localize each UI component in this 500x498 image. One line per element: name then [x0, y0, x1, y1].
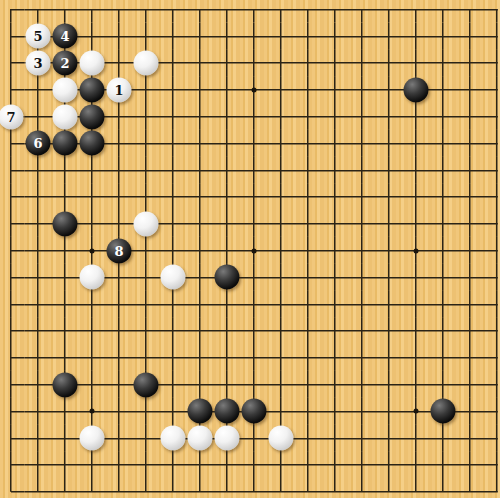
intersection[interactable]: [457, 371, 484, 398]
intersection[interactable]: [106, 130, 133, 157]
intersection[interactable]: [349, 344, 376, 371]
intersection[interactable]: [403, 291, 430, 318]
intersection[interactable]: [106, 291, 133, 318]
intersection[interactable]: [25, 398, 52, 425]
intersection[interactable]: [106, 0, 133, 23]
intersection[interactable]: [214, 237, 241, 264]
intersection[interactable]: [0, 130, 25, 157]
intersection[interactable]: [457, 425, 484, 452]
intersection[interactable]: [349, 452, 376, 479]
intersection[interactable]: [430, 0, 457, 23]
intersection[interactable]: [160, 264, 187, 291]
intersection[interactable]: [160, 398, 187, 425]
intersection[interactable]: [457, 130, 484, 157]
intersection[interactable]: [376, 77, 403, 104]
intersection[interactable]: [430, 264, 457, 291]
intersection[interactable]: [403, 425, 430, 452]
intersection[interactable]: 1: [106, 77, 133, 104]
intersection[interactable]: [484, 77, 500, 104]
intersection[interactable]: [295, 478, 322, 498]
intersection[interactable]: 8: [106, 237, 133, 264]
intersection[interactable]: [214, 264, 241, 291]
intersection[interactable]: [322, 478, 349, 498]
intersection[interactable]: [214, 371, 241, 398]
intersection[interactable]: [214, 398, 241, 425]
intersection[interactable]: [430, 452, 457, 479]
intersection[interactable]: [187, 50, 214, 77]
intersection[interactable]: [52, 130, 79, 157]
intersection[interactable]: [160, 210, 187, 237]
intersection[interactable]: [322, 318, 349, 345]
intersection[interactable]: [106, 264, 133, 291]
intersection[interactable]: [457, 50, 484, 77]
intersection[interactable]: [0, 50, 25, 77]
intersection[interactable]: [430, 50, 457, 77]
intersection[interactable]: [349, 157, 376, 184]
intersection[interactable]: [430, 344, 457, 371]
intersection[interactable]: [295, 318, 322, 345]
intersection[interactable]: [214, 130, 241, 157]
intersection[interactable]: [322, 103, 349, 130]
intersection[interactable]: [268, 50, 295, 77]
intersection[interactable]: [52, 318, 79, 345]
intersection[interactable]: [52, 237, 79, 264]
intersection[interactable]: [322, 291, 349, 318]
intersection[interactable]: [25, 291, 52, 318]
intersection[interactable]: [0, 344, 25, 371]
intersection[interactable]: [295, 452, 322, 479]
intersection[interactable]: [268, 398, 295, 425]
intersection[interactable]: [430, 425, 457, 452]
intersection[interactable]: [376, 0, 403, 23]
intersection[interactable]: [349, 264, 376, 291]
intersection[interactable]: [79, 130, 106, 157]
intersection[interactable]: [25, 0, 52, 23]
intersection[interactable]: [133, 23, 160, 50]
intersection[interactable]: [349, 371, 376, 398]
intersection[interactable]: [295, 130, 322, 157]
intersection[interactable]: [160, 130, 187, 157]
intersection[interactable]: [0, 157, 25, 184]
intersection[interactable]: [376, 157, 403, 184]
intersection[interactable]: [376, 103, 403, 130]
intersection[interactable]: [25, 157, 52, 184]
intersection[interactable]: [484, 237, 500, 264]
intersection[interactable]: [79, 398, 106, 425]
intersection[interactable]: [268, 425, 295, 452]
intersection[interactable]: [457, 478, 484, 498]
intersection[interactable]: [295, 264, 322, 291]
intersection[interactable]: [160, 23, 187, 50]
intersection[interactable]: [430, 23, 457, 50]
intersection[interactable]: [430, 291, 457, 318]
intersection[interactable]: [187, 103, 214, 130]
intersection[interactable]: [241, 478, 268, 498]
intersection[interactable]: [268, 291, 295, 318]
intersection[interactable]: [430, 237, 457, 264]
intersection[interactable]: [25, 103, 52, 130]
intersection[interactable]: [403, 237, 430, 264]
intersection[interactable]: [376, 291, 403, 318]
intersection[interactable]: [403, 157, 430, 184]
intersection[interactable]: [160, 371, 187, 398]
intersection[interactable]: [133, 478, 160, 498]
intersection[interactable]: [241, 103, 268, 130]
intersection[interactable]: [484, 398, 500, 425]
intersection[interactable]: [349, 210, 376, 237]
intersection[interactable]: [79, 0, 106, 23]
intersection[interactable]: [187, 157, 214, 184]
intersection[interactable]: [349, 237, 376, 264]
intersection[interactable]: [403, 184, 430, 211]
intersection[interactable]: [295, 237, 322, 264]
intersection[interactable]: [484, 318, 500, 345]
intersection[interactable]: [484, 452, 500, 479]
intersection[interactable]: [322, 0, 349, 23]
intersection[interactable]: [268, 184, 295, 211]
intersection[interactable]: [376, 210, 403, 237]
intersection[interactable]: [52, 371, 79, 398]
intersection[interactable]: [376, 264, 403, 291]
intersection[interactable]: [106, 210, 133, 237]
intersection[interactable]: [79, 210, 106, 237]
intersection[interactable]: [214, 452, 241, 479]
intersection[interactable]: [295, 184, 322, 211]
intersection[interactable]: [484, 210, 500, 237]
intersection[interactable]: [295, 77, 322, 104]
intersection[interactable]: [268, 130, 295, 157]
intersection[interactable]: [0, 23, 25, 50]
intersection[interactable]: [241, 157, 268, 184]
intersection[interactable]: [376, 478, 403, 498]
intersection[interactable]: [322, 237, 349, 264]
intersection[interactable]: [376, 23, 403, 50]
intersection[interactable]: [457, 184, 484, 211]
intersection[interactable]: [106, 398, 133, 425]
intersection[interactable]: [79, 478, 106, 498]
intersection[interactable]: [214, 103, 241, 130]
intersection[interactable]: [322, 344, 349, 371]
intersection[interactable]: [52, 452, 79, 479]
intersection[interactable]: [268, 371, 295, 398]
intersection[interactable]: [160, 184, 187, 211]
intersection[interactable]: [52, 478, 79, 498]
intersection[interactable]: [430, 157, 457, 184]
intersection[interactable]: [349, 23, 376, 50]
intersection[interactable]: [106, 23, 133, 50]
intersection[interactable]: [322, 157, 349, 184]
intersection[interactable]: [484, 425, 500, 452]
intersection[interactable]: [25, 371, 52, 398]
intersection[interactable]: [268, 0, 295, 23]
intersection[interactable]: 2: [52, 50, 79, 77]
intersection[interactable]: [133, 50, 160, 77]
intersection[interactable]: [0, 452, 25, 479]
intersection[interactable]: [214, 318, 241, 345]
intersection[interactable]: [106, 184, 133, 211]
intersection[interactable]: [25, 184, 52, 211]
intersection[interactable]: [430, 318, 457, 345]
intersection[interactable]: [52, 103, 79, 130]
intersection[interactable]: [187, 210, 214, 237]
intersection[interactable]: [52, 398, 79, 425]
intersection[interactable]: [403, 371, 430, 398]
intersection[interactable]: [187, 23, 214, 50]
intersection[interactable]: [268, 264, 295, 291]
intersection[interactable]: [241, 23, 268, 50]
intersection[interactable]: [52, 344, 79, 371]
intersection[interactable]: [403, 130, 430, 157]
intersection[interactable]: [0, 291, 25, 318]
intersection[interactable]: [349, 425, 376, 452]
intersection[interactable]: [268, 478, 295, 498]
intersection[interactable]: [79, 237, 106, 264]
intersection[interactable]: [133, 425, 160, 452]
intersection[interactable]: [0, 184, 25, 211]
intersection[interactable]: [484, 23, 500, 50]
intersection[interactable]: [430, 210, 457, 237]
intersection[interactable]: [187, 478, 214, 498]
intersection[interactable]: [0, 0, 25, 23]
intersection[interactable]: [133, 452, 160, 479]
intersection[interactable]: [403, 264, 430, 291]
intersection[interactable]: [430, 371, 457, 398]
intersection[interactable]: [376, 50, 403, 77]
intersection[interactable]: [133, 157, 160, 184]
intersection[interactable]: [25, 452, 52, 479]
intersection[interactable]: [160, 318, 187, 345]
intersection[interactable]: [376, 184, 403, 211]
intersection[interactable]: [457, 318, 484, 345]
intersection[interactable]: [295, 398, 322, 425]
intersection[interactable]: [484, 184, 500, 211]
intersection[interactable]: [133, 210, 160, 237]
intersection[interactable]: [79, 291, 106, 318]
intersection[interactable]: [484, 50, 500, 77]
intersection[interactable]: [79, 77, 106, 104]
intersection[interactable]: [430, 103, 457, 130]
intersection[interactable]: [52, 291, 79, 318]
intersection[interactable]: [295, 371, 322, 398]
intersection[interactable]: [295, 0, 322, 23]
intersection[interactable]: [484, 344, 500, 371]
intersection[interactable]: [295, 210, 322, 237]
intersection[interactable]: [376, 130, 403, 157]
intersection[interactable]: [457, 398, 484, 425]
intersection[interactable]: [187, 344, 214, 371]
intersection[interactable]: [403, 77, 430, 104]
intersection[interactable]: [403, 23, 430, 50]
intersection[interactable]: [484, 478, 500, 498]
intersection[interactable]: [268, 103, 295, 130]
intersection[interactable]: [457, 452, 484, 479]
intersection[interactable]: [430, 130, 457, 157]
intersection[interactable]: [349, 0, 376, 23]
intersection[interactable]: [52, 157, 79, 184]
intersection[interactable]: [106, 425, 133, 452]
intersection[interactable]: [160, 478, 187, 498]
intersection[interactable]: [187, 371, 214, 398]
intersection[interactable]: [79, 318, 106, 345]
intersection[interactable]: [133, 130, 160, 157]
intersection[interactable]: [295, 344, 322, 371]
intersection[interactable]: [322, 425, 349, 452]
intersection[interactable]: [403, 318, 430, 345]
intersection[interactable]: [133, 184, 160, 211]
intersection[interactable]: [214, 291, 241, 318]
intersection[interactable]: [376, 318, 403, 345]
intersection[interactable]: [160, 50, 187, 77]
intersection[interactable]: [268, 344, 295, 371]
intersection[interactable]: [25, 210, 52, 237]
intersection[interactable]: [241, 344, 268, 371]
intersection[interactable]: [457, 237, 484, 264]
intersection[interactable]: [403, 344, 430, 371]
intersection[interactable]: [268, 318, 295, 345]
intersection[interactable]: [106, 344, 133, 371]
intersection[interactable]: [349, 103, 376, 130]
intersection[interactable]: [268, 452, 295, 479]
intersection[interactable]: [430, 398, 457, 425]
intersection[interactable]: [187, 0, 214, 23]
intersection[interactable]: [349, 130, 376, 157]
intersection[interactable]: [241, 452, 268, 479]
intersection[interactable]: [484, 103, 500, 130]
intersection[interactable]: [160, 237, 187, 264]
intersection[interactable]: [106, 371, 133, 398]
intersection[interactable]: [457, 291, 484, 318]
intersection[interactable]: [484, 264, 500, 291]
intersection[interactable]: [403, 452, 430, 479]
intersection[interactable]: [160, 157, 187, 184]
intersection[interactable]: [187, 398, 214, 425]
intersection[interactable]: [241, 184, 268, 211]
intersection[interactable]: [295, 50, 322, 77]
intersection[interactable]: [214, 478, 241, 498]
intersection[interactable]: [484, 130, 500, 157]
intersection[interactable]: [376, 425, 403, 452]
intersection[interactable]: [268, 210, 295, 237]
intersection[interactable]: [322, 452, 349, 479]
intersection[interactable]: [430, 478, 457, 498]
intersection[interactable]: [133, 318, 160, 345]
intersection[interactable]: [25, 425, 52, 452]
intersection[interactable]: [430, 77, 457, 104]
intersection[interactable]: [106, 452, 133, 479]
intersection[interactable]: 3: [25, 50, 52, 77]
intersection[interactable]: [214, 50, 241, 77]
intersection[interactable]: [25, 237, 52, 264]
intersection[interactable]: [241, 425, 268, 452]
intersection[interactable]: [133, 103, 160, 130]
intersection[interactable]: [79, 452, 106, 479]
intersection[interactable]: 4: [52, 23, 79, 50]
intersection[interactable]: [160, 452, 187, 479]
intersection[interactable]: [106, 318, 133, 345]
intersection[interactable]: [79, 50, 106, 77]
intersection[interactable]: [106, 478, 133, 498]
intersection[interactable]: [133, 237, 160, 264]
intersection[interactable]: [457, 157, 484, 184]
intersection[interactable]: [52, 77, 79, 104]
intersection[interactable]: [25, 264, 52, 291]
intersection[interactable]: [133, 398, 160, 425]
intersection[interactable]: [295, 103, 322, 130]
intersection[interactable]: [187, 130, 214, 157]
intersection[interactable]: [322, 264, 349, 291]
intersection[interactable]: [268, 157, 295, 184]
intersection[interactable]: [268, 23, 295, 50]
intersection[interactable]: [241, 77, 268, 104]
intersection[interactable]: [376, 237, 403, 264]
intersection[interactable]: [295, 425, 322, 452]
intersection[interactable]: [376, 452, 403, 479]
intersection[interactable]: [457, 264, 484, 291]
intersection[interactable]: [0, 77, 25, 104]
intersection[interactable]: [160, 291, 187, 318]
intersection[interactable]: [376, 398, 403, 425]
intersection[interactable]: [295, 157, 322, 184]
intersection[interactable]: [79, 103, 106, 130]
intersection[interactable]: [295, 291, 322, 318]
intersection[interactable]: [214, 157, 241, 184]
intersection[interactable]: [214, 23, 241, 50]
intersection[interactable]: [133, 291, 160, 318]
intersection[interactable]: [187, 425, 214, 452]
intersection[interactable]: [322, 23, 349, 50]
intersection[interactable]: [133, 0, 160, 23]
intersection[interactable]: [214, 77, 241, 104]
intersection[interactable]: [133, 344, 160, 371]
intersection[interactable]: [457, 23, 484, 50]
intersection[interactable]: [349, 478, 376, 498]
intersection[interactable]: [403, 50, 430, 77]
intersection[interactable]: [349, 77, 376, 104]
intersection[interactable]: [457, 0, 484, 23]
intersection[interactable]: [160, 0, 187, 23]
intersection[interactable]: [160, 425, 187, 452]
intersection[interactable]: [160, 344, 187, 371]
intersection[interactable]: [214, 210, 241, 237]
intersection[interactable]: [0, 398, 25, 425]
intersection[interactable]: [376, 371, 403, 398]
intersection[interactable]: [349, 318, 376, 345]
intersection[interactable]: [214, 344, 241, 371]
intersection[interactable]: [25, 478, 52, 498]
intersection[interactable]: 7: [0, 103, 25, 130]
intersection[interactable]: [430, 184, 457, 211]
intersection[interactable]: [52, 425, 79, 452]
intersection[interactable]: [160, 103, 187, 130]
intersection[interactable]: [52, 210, 79, 237]
intersection[interactable]: [241, 371, 268, 398]
intersection[interactable]: [484, 0, 500, 23]
intersection[interactable]: [0, 318, 25, 345]
intersection[interactable]: [214, 0, 241, 23]
intersection[interactable]: [52, 184, 79, 211]
intersection[interactable]: [241, 210, 268, 237]
intersection[interactable]: [349, 184, 376, 211]
intersection[interactable]: [457, 103, 484, 130]
intersection[interactable]: [79, 23, 106, 50]
intersection[interactable]: [349, 50, 376, 77]
intersection[interactable]: [457, 344, 484, 371]
intersection[interactable]: 5: [25, 23, 52, 50]
intersection[interactable]: [403, 398, 430, 425]
intersection[interactable]: [241, 318, 268, 345]
intersection[interactable]: [376, 344, 403, 371]
intersection[interactable]: [0, 478, 25, 498]
